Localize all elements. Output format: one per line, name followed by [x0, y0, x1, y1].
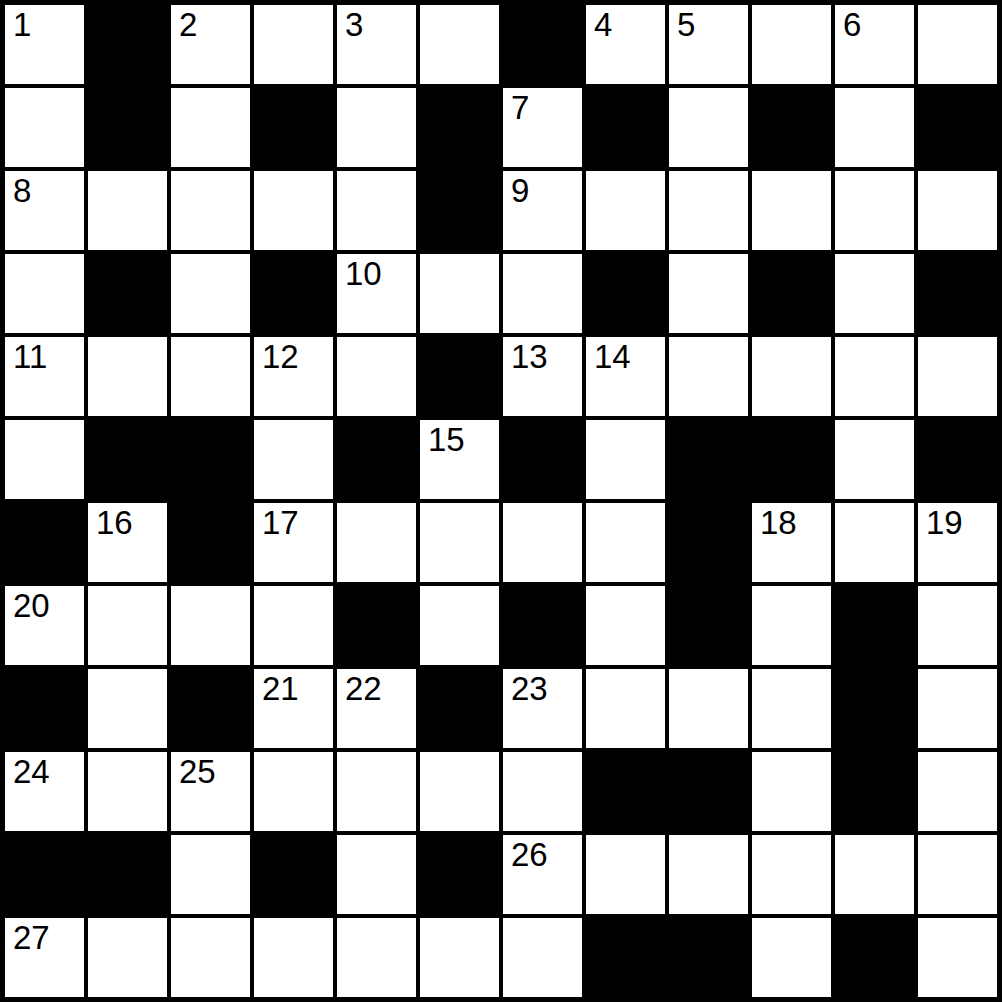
cell-r12c6[interactable]	[420, 918, 499, 997]
clue-number: 6	[843, 8, 861, 41]
cell-r3c5[interactable]	[337, 171, 416, 250]
cell-r7c12[interactable]: 19	[918, 503, 997, 582]
cell-r6c7	[503, 420, 582, 499]
cell-r3c2[interactable]	[88, 171, 167, 250]
cell-r3c4[interactable]	[254, 171, 333, 250]
clue-number: 10	[345, 257, 382, 290]
cell-r5c3[interactable]	[171, 337, 250, 416]
clue-number: 25	[179, 755, 216, 788]
cell-r9c3	[171, 669, 250, 748]
cell-r9c7[interactable]: 23	[503, 669, 582, 748]
cell-r4c5[interactable]: 10	[337, 254, 416, 333]
clue-number: 23	[511, 672, 548, 705]
cell-r5c12[interactable]	[918, 337, 997, 416]
cell-r12c10[interactable]	[752, 918, 831, 997]
cell-r4c8	[586, 254, 665, 333]
cell-r10c6[interactable]	[420, 752, 499, 831]
cell-r12c4[interactable]	[254, 918, 333, 997]
cell-r8c5	[337, 586, 416, 665]
cell-r7c3	[171, 503, 250, 582]
cell-r7c2[interactable]: 16	[88, 503, 167, 582]
cell-r9c12[interactable]	[918, 669, 997, 748]
clue-number: 12	[262, 340, 299, 373]
cell-r12c1[interactable]: 27	[5, 918, 84, 997]
cell-r2c8	[586, 88, 665, 167]
cell-r10c1[interactable]: 24	[5, 752, 84, 831]
cell-r1c5[interactable]: 3	[337, 5, 416, 84]
cell-r10c5[interactable]	[337, 752, 416, 831]
cell-r8c3[interactable]	[171, 586, 250, 665]
cell-r11c9[interactable]	[669, 835, 748, 914]
cell-r11c8[interactable]	[586, 835, 665, 914]
cell-r3c7[interactable]: 9	[503, 171, 582, 250]
cell-r8c2[interactable]	[88, 586, 167, 665]
cell-r12c7[interactable]	[503, 918, 582, 997]
clue-number: 5	[677, 8, 695, 41]
cell-r1c7	[503, 5, 582, 84]
cell-r9c6	[420, 669, 499, 748]
cell-r11c6	[420, 835, 499, 914]
clue-number: 17	[262, 506, 299, 539]
cell-r2c1[interactable]	[5, 88, 84, 167]
cell-r11c5[interactable]	[337, 835, 416, 914]
cell-r6c8[interactable]	[586, 420, 665, 499]
cell-r6c12	[918, 420, 997, 499]
cell-r1c2	[88, 5, 167, 84]
cell-r10c2[interactable]	[88, 752, 167, 831]
cell-r4c1[interactable]	[5, 254, 84, 333]
cell-r12c3[interactable]	[171, 918, 250, 997]
cell-r5c2[interactable]	[88, 337, 167, 416]
cell-r5c8[interactable]: 14	[586, 337, 665, 416]
cell-r7c11[interactable]	[835, 503, 914, 582]
cell-r9c1	[5, 669, 84, 748]
cell-r7c6[interactable]	[420, 503, 499, 582]
cell-r5c4[interactable]: 12	[254, 337, 333, 416]
cell-r5c9[interactable]	[669, 337, 748, 416]
cell-r11c11[interactable]	[835, 835, 914, 914]
clue-number: 20	[13, 589, 50, 622]
cell-r2c3[interactable]	[171, 88, 250, 167]
cell-r4c11[interactable]	[835, 254, 914, 333]
cell-r11c10[interactable]	[752, 835, 831, 914]
cell-r11c12[interactable]	[918, 835, 997, 914]
clue-number: 8	[13, 174, 31, 207]
cell-r11c1	[5, 835, 84, 914]
cell-r6c9	[669, 420, 748, 499]
cell-r3c6	[420, 171, 499, 250]
cell-r7c4[interactable]: 17	[254, 503, 333, 582]
clue-number: 2	[179, 8, 197, 41]
cell-r4c2	[88, 254, 167, 333]
cell-r12c11	[835, 918, 914, 997]
cell-r4c4	[254, 254, 333, 333]
clue-number: 14	[594, 340, 631, 373]
cell-r4c7[interactable]	[503, 254, 582, 333]
clue-number: 16	[96, 506, 133, 539]
cell-r6c3	[171, 420, 250, 499]
cell-r4c10	[752, 254, 831, 333]
cell-r2c11[interactable]	[835, 88, 914, 167]
cell-r4c3[interactable]	[171, 254, 250, 333]
cell-r6c1[interactable]	[5, 420, 84, 499]
cell-r1c12[interactable]	[918, 5, 997, 84]
cell-r1c10[interactable]	[752, 5, 831, 84]
cell-r3c1[interactable]: 8	[5, 171, 84, 250]
cell-r11c3[interactable]	[171, 835, 250, 914]
cell-r1c9[interactable]: 5	[669, 5, 748, 84]
clue-number: 19	[926, 506, 963, 539]
cell-r11c7[interactable]: 26	[503, 835, 582, 914]
cell-r12c9	[669, 918, 748, 997]
cell-r1c11[interactable]: 6	[835, 5, 914, 84]
cell-r4c12	[918, 254, 997, 333]
cell-r6c6[interactable]: 15	[420, 420, 499, 499]
cell-r5c1[interactable]: 11	[5, 337, 84, 416]
cell-r8c4[interactable]	[254, 586, 333, 665]
cell-r5c5[interactable]	[337, 337, 416, 416]
cell-r11c4	[254, 835, 333, 914]
crossword-grid: 1234567891011121314151617181920212223242…	[0, 0, 1002, 1002]
cell-r9c10[interactable]	[752, 669, 831, 748]
cell-r5c6	[420, 337, 499, 416]
cell-r8c10[interactable]	[752, 586, 831, 665]
cell-r12c2[interactable]	[88, 918, 167, 997]
cell-r12c5[interactable]	[337, 918, 416, 997]
cell-r8c11	[835, 586, 914, 665]
cell-r5c11[interactable]	[835, 337, 914, 416]
cell-r3c12[interactable]	[918, 171, 997, 250]
cell-r10c9	[669, 752, 748, 831]
cell-r3c9[interactable]	[669, 171, 748, 250]
cell-r8c1[interactable]: 20	[5, 586, 84, 665]
clue-number: 22	[345, 672, 382, 705]
clue-number: 9	[511, 174, 529, 207]
cell-r10c3[interactable]: 25	[171, 752, 250, 831]
cell-r10c11	[835, 752, 914, 831]
cell-r10c10[interactable]	[752, 752, 831, 831]
cell-r5c7[interactable]: 13	[503, 337, 582, 416]
cell-r11c2	[88, 835, 167, 914]
cell-r5c10[interactable]	[752, 337, 831, 416]
cell-r1c3[interactable]: 2	[171, 5, 250, 84]
cell-r9c2[interactable]	[88, 669, 167, 748]
cell-r2c12	[918, 88, 997, 167]
cell-r1c4[interactable]	[254, 5, 333, 84]
cell-r4c6[interactable]	[420, 254, 499, 333]
clue-number: 21	[262, 672, 299, 705]
cell-r3c8[interactable]	[586, 171, 665, 250]
clue-number: 4	[594, 8, 612, 41]
cell-r2c4	[254, 88, 333, 167]
cell-r3c11[interactable]	[835, 171, 914, 250]
cell-r7c5[interactable]	[337, 503, 416, 582]
cell-r12c12[interactable]	[918, 918, 997, 997]
cell-r8c9	[669, 586, 748, 665]
cell-r6c5	[337, 420, 416, 499]
clue-number: 11	[13, 340, 47, 373]
cell-r9c11	[835, 669, 914, 748]
clue-number: 26	[511, 838, 548, 871]
cell-r6c11[interactable]	[835, 420, 914, 499]
cell-r9c8[interactable]	[586, 669, 665, 748]
cell-r10c8	[586, 752, 665, 831]
cell-r2c5[interactable]	[337, 88, 416, 167]
cell-r10c12[interactable]	[918, 752, 997, 831]
cell-r2c6	[420, 88, 499, 167]
clue-number: 3	[345, 8, 363, 41]
cell-r10c7[interactable]	[503, 752, 582, 831]
cell-r2c10	[752, 88, 831, 167]
cell-r6c2	[88, 420, 167, 499]
cell-r3c10[interactable]	[752, 171, 831, 250]
cell-r1c6[interactable]	[420, 5, 499, 84]
cell-r1c8[interactable]: 4	[586, 5, 665, 84]
cell-r8c8[interactable]	[586, 586, 665, 665]
cell-r4c9[interactable]	[669, 254, 748, 333]
cell-r6c10	[752, 420, 831, 499]
cell-r9c9[interactable]	[669, 669, 748, 748]
cell-r7c7[interactable]	[503, 503, 582, 582]
cell-r2c2	[88, 88, 167, 167]
clue-number: 13	[511, 340, 548, 373]
clue-number: 24	[13, 755, 50, 788]
cell-r2c9[interactable]	[669, 88, 748, 167]
clue-number: 1	[13, 8, 31, 41]
cell-r8c6[interactable]	[420, 586, 499, 665]
cell-r7c10[interactable]: 18	[752, 503, 831, 582]
clue-number: 18	[760, 506, 797, 539]
cell-r8c7	[503, 586, 582, 665]
cell-r8c12[interactable]	[918, 586, 997, 665]
cell-r9c4[interactable]: 21	[254, 669, 333, 748]
cell-r7c8[interactable]	[586, 503, 665, 582]
cell-r7c1	[5, 503, 84, 582]
cell-r2c7[interactable]: 7	[503, 88, 582, 167]
cell-r6c4[interactable]	[254, 420, 333, 499]
cell-r7c9	[669, 503, 748, 582]
clue-number: 27	[13, 921, 50, 954]
cell-r12c8	[586, 918, 665, 997]
cell-r10c4[interactable]	[254, 752, 333, 831]
clue-number: 7	[511, 91, 529, 124]
cell-r9c5[interactable]: 22	[337, 669, 416, 748]
clue-number: 15	[428, 423, 465, 456]
cell-r3c3[interactable]	[171, 171, 250, 250]
cell-r1c1[interactable]: 1	[5, 5, 84, 84]
